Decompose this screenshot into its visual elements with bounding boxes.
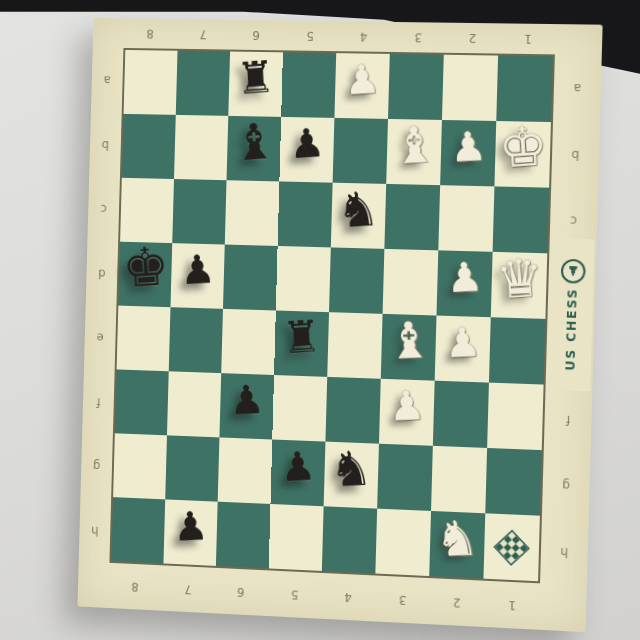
square-g3	[377, 444, 433, 511]
square-d1: ♛	[491, 252, 547, 319]
piece-black-bishop-b6: ♝	[231, 115, 278, 167]
square-h5	[269, 504, 324, 571]
us-chess-pawn-icon: ♟	[561, 259, 586, 284]
square-f1	[487, 383, 543, 451]
piece-black-pawn-d7: ♟	[179, 248, 216, 290]
square-g7	[165, 435, 219, 501]
coordinate-label-bottom-2: 2	[429, 578, 485, 627]
square-g8	[113, 433, 167, 499]
coordinate-label-bottom-3: 3	[375, 576, 431, 625]
square-f5	[272, 375, 327, 442]
coordinate-label-left-a: a	[91, 48, 124, 113]
coordinate-label-top-1: 1	[500, 23, 556, 54]
piece-white-pawn-d2: ♟	[446, 256, 484, 298]
us-chess-logo-text: US CHESS	[563, 287, 580, 371]
square-c2	[438, 185, 494, 252]
square-a4: ♟	[334, 53, 389, 119]
square-h7: ♟	[163, 499, 217, 566]
square-h6	[216, 502, 271, 569]
square-b3: ♝	[386, 119, 442, 185]
coordinate-label-bottom-5: 5	[267, 570, 322, 618]
square-h2: ♞	[429, 511, 485, 579]
photo-stage: 87654321 87654321 abcdefgh abcdefgh ♜♟♝♟…	[0, 0, 640, 640]
square-b7	[174, 115, 228, 180]
square-d3	[383, 249, 439, 316]
piece-white-pawn-b2: ♟	[449, 125, 487, 168]
square-d4	[329, 247, 384, 313]
square-e3: ♝	[381, 314, 437, 381]
coordinate-label-right-a: a	[553, 54, 602, 121]
square-f6: ♟	[219, 373, 274, 439]
square-a1	[496, 56, 553, 122]
coordinate-label-left-b: b	[89, 112, 122, 177]
square-e6	[221, 309, 276, 375]
square-b1: ♚	[494, 121, 551, 188]
coordinate-label-left-e: e	[84, 305, 116, 370]
piece-black-rook-e5: ♜	[281, 314, 322, 360]
coordinate-label-left-f: f	[82, 369, 114, 434]
square-e1	[489, 317, 545, 384]
square-e4	[327, 312, 382, 379]
piece-black-knight-g4: ♞	[329, 443, 374, 493]
piece-white-pawn-a4: ♟	[343, 58, 381, 100]
square-c1	[493, 186, 550, 253]
piece-white-pawn-e2: ♟	[444, 321, 482, 363]
piece-white-bishop-e3: ♝	[385, 314, 433, 366]
chess-board: 87654321 87654321 abcdefgh abcdefgh ♜♟♝♟…	[77, 18, 602, 632]
square-a6: ♜	[228, 52, 283, 117]
square-g2	[431, 446, 487, 513]
piece-black-pawn-b5: ♟	[288, 122, 326, 164]
coordinate-label-left-c: c	[87, 176, 119, 241]
square-f7	[167, 371, 221, 437]
square-a5	[281, 52, 336, 118]
square-a8	[124, 50, 178, 115]
square-f4	[325, 377, 380, 444]
square-b2: ♟	[440, 120, 496, 186]
coordinate-label-bottom-4: 4	[321, 573, 376, 621]
us-chess-logo: ♟ US CHESS	[550, 238, 595, 391]
square-d7: ♟	[170, 243, 224, 309]
piece-black-knight-c4: ♞	[336, 183, 381, 234]
coordinate-label-top-5: 5	[283, 21, 338, 52]
piece-black-rook-a6: ♜	[235, 54, 276, 100]
square-b8	[122, 114, 176, 179]
coordinate-label-bottom-7: 7	[161, 565, 215, 613]
piece-black-pawn-h7: ♟	[172, 505, 209, 546]
piece-black-pawn-f6: ♟	[228, 379, 265, 420]
coordinate-label-left-g: g	[80, 433, 112, 499]
square-f3: ♟	[379, 379, 435, 446]
coordinate-label-right-g: g	[542, 451, 591, 519]
square-e8	[117, 306, 171, 372]
piece-black-king-d8: ♚	[121, 240, 171, 296]
coordinate-label-left-h: h	[79, 497, 111, 563]
square-d6	[223, 245, 278, 311]
square-b6: ♝	[227, 116, 282, 182]
square-g6	[218, 437, 273, 504]
square-a7	[176, 51, 230, 116]
coordinate-label-bottom-6: 6	[214, 568, 269, 616]
piece-white-bishop-b3: ♝	[390, 118, 438, 171]
square-b5: ♟	[279, 117, 334, 183]
piece-white-queen-d1: ♛	[494, 251, 544, 306]
square-b4	[333, 118, 388, 184]
coordinate-label-bottom-1: 1	[484, 581, 540, 630]
square-h8	[111, 497, 165, 563]
square-d5	[276, 246, 331, 312]
coordinate-label-top-3: 3	[390, 22, 445, 53]
square-a2	[442, 55, 498, 121]
piece-white-pawn-f3: ♟	[388, 384, 426, 426]
corner-checkered-logo-icon	[493, 529, 529, 565]
coordinate-label-top-6: 6	[229, 20, 283, 50]
square-c8	[120, 178, 174, 243]
square-f2	[433, 381, 489, 448]
piece-white-knight-h2: ♞	[434, 513, 480, 563]
piece-white-king-b1: ♚	[497, 118, 549, 176]
square-c7	[172, 179, 226, 245]
square-c3	[384, 184, 440, 250]
coordinate-label-right-b: b	[551, 121, 600, 188]
board-grid: ♜♟♝♟♝♟♚♞♚♟♟♛♜♝♟♟♟♟♞♟♞	[109, 48, 555, 583]
coordinate-label-bottom-8: 8	[108, 563, 162, 611]
square-e7	[169, 307, 223, 373]
square-h1	[483, 513, 539, 581]
square-h4	[322, 506, 377, 573]
coordinate-label-left-d: d	[86, 240, 118, 305]
coordinate-label-top-8: 8	[123, 18, 176, 48]
square-a3	[388, 54, 444, 120]
coordinate-label-top-4: 4	[336, 21, 391, 52]
coordinate-label-top-7: 7	[176, 19, 230, 49]
square-c5	[278, 181, 333, 247]
coordinate-label-top-2: 2	[445, 23, 501, 54]
coordinate-label-right-f: f	[544, 385, 593, 453]
square-e2: ♟	[435, 316, 491, 383]
square-h3	[375, 509, 431, 576]
piece-black-pawn-g5: ♟	[279, 445, 317, 486]
square-d2: ♟	[436, 250, 492, 317]
square-c4: ♞	[331, 183, 386, 249]
square-d8: ♚	[118, 242, 172, 308]
square-c6	[225, 180, 280, 246]
square-g1	[485, 448, 541, 516]
square-f8	[115, 369, 169, 435]
square-g5: ♟	[270, 439, 325, 506]
square-g4: ♞	[324, 442, 379, 509]
square-e5: ♜	[274, 310, 329, 376]
coordinate-label-right-h: h	[540, 517, 589, 585]
